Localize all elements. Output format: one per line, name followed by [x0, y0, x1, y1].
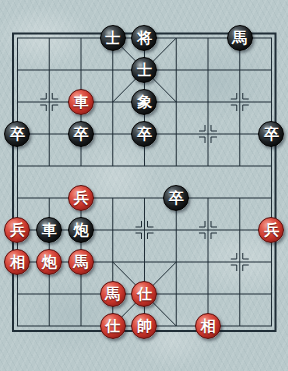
piece-glyph: 相 [200, 318, 215, 333]
piece-glyph: 兵 [73, 190, 88, 205]
piece-red-chariot[interactable]: 車 [68, 89, 94, 115]
piece-glyph: 卒 [137, 126, 152, 141]
piece-glyph: 卒 [169, 190, 184, 205]
piece-glyph: 相 [10, 254, 25, 269]
piece-glyph: 馬 [73, 254, 88, 269]
piece-black-soldier[interactable]: 卒 [163, 185, 189, 211]
piece-glyph: 将 [137, 30, 152, 45]
piece-black-soldier[interactable]: 卒 [4, 121, 30, 147]
piece-red-horse[interactable]: 馬 [100, 281, 126, 307]
pieces-layer: 士将馬士象車卒卒卒卒兵卒兵車炮兵相炮馬馬仕仕帥相 [2, 22, 288, 342]
piece-glyph: 仕 [137, 286, 152, 301]
piece-red-horse[interactable]: 馬 [68, 249, 94, 275]
piece-glyph: 卒 [264, 126, 279, 141]
piece-glyph: 炮 [73, 222, 88, 237]
piece-glyph: 馬 [105, 286, 120, 301]
piece-black-soldier[interactable]: 卒 [258, 121, 284, 147]
piece-red-soldier[interactable]: 兵 [4, 217, 30, 243]
piece-red-soldier[interactable]: 兵 [258, 217, 284, 243]
piece-red-advisor[interactable]: 仕 [100, 313, 126, 339]
piece-red-cannon[interactable]: 炮 [36, 249, 62, 275]
piece-black-chariot[interactable]: 車 [36, 217, 62, 243]
piece-glyph: 炮 [42, 254, 57, 269]
piece-glyph: 車 [73, 94, 88, 109]
piece-glyph: 卒 [73, 126, 88, 141]
piece-glyph: 帥 [137, 318, 152, 333]
piece-red-elephant[interactable]: 相 [195, 313, 221, 339]
piece-black-advisor[interactable]: 士 [100, 25, 126, 51]
piece-black-cannon[interactable]: 炮 [68, 217, 94, 243]
piece-red-advisor[interactable]: 仕 [131, 281, 157, 307]
piece-red-general[interactable]: 帥 [131, 313, 157, 339]
xiangqi-board: 士将馬士象車卒卒卒卒兵卒兵車炮兵相炮馬馬仕仕帥相 [0, 0, 288, 371]
piece-black-general[interactable]: 将 [131, 25, 157, 51]
piece-glyph: 兵 [264, 222, 279, 237]
piece-red-elephant[interactable]: 相 [4, 249, 30, 275]
piece-black-soldier[interactable]: 卒 [68, 121, 94, 147]
piece-glyph: 象 [137, 94, 152, 109]
piece-glyph: 士 [105, 30, 120, 45]
piece-black-advisor[interactable]: 士 [131, 57, 157, 83]
piece-black-horse[interactable]: 馬 [227, 25, 253, 51]
piece-black-soldier[interactable]: 卒 [131, 121, 157, 147]
piece-red-soldier[interactable]: 兵 [68, 185, 94, 211]
piece-black-elephant[interactable]: 象 [131, 89, 157, 115]
piece-glyph: 馬 [232, 30, 247, 45]
piece-glyph: 卒 [10, 126, 25, 141]
piece-glyph: 士 [137, 62, 152, 77]
piece-glyph: 仕 [105, 318, 120, 333]
piece-glyph: 車 [42, 222, 57, 237]
piece-glyph: 兵 [10, 222, 25, 237]
